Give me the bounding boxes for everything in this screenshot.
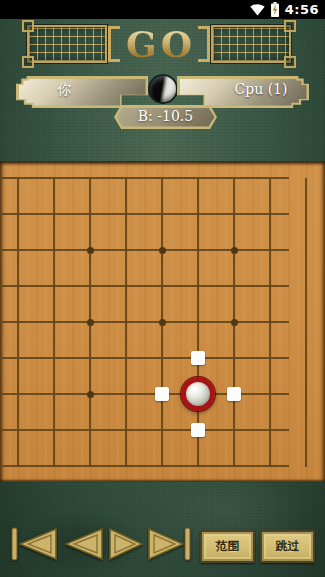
status-bar: 4:56 [0, 0, 325, 19]
grid-line-h [0, 393, 289, 395]
player-you-label: 你 [0, 81, 130, 99]
star-point [231, 319, 238, 326]
star-point [87, 247, 94, 254]
turn-indicator-stone-icon [150, 76, 176, 102]
wifi-icon [250, 3, 265, 16]
turn-indicator-socket [148, 74, 178, 104]
grid-line-h [0, 321, 289, 323]
title-banner: GO [27, 24, 291, 64]
player-panel-you: 你 [16, 76, 148, 108]
bracket-right-icon [198, 26, 210, 62]
grid-line-v [305, 178, 307, 467]
move-adjust-marker[interactable] [191, 423, 205, 437]
pending-white-stone[interactable] [181, 377, 215, 411]
go-board[interactable] [0, 161, 325, 482]
bracket-left-icon [108, 26, 120, 62]
grid-line-h [0, 213, 289, 215]
pass-label: 跳过 [276, 538, 300, 555]
pass-button[interactable]: 跳过 [260, 530, 315, 563]
app-screen: 4:56 GO 你 Cpu (1) B: -10.5 [0, 0, 325, 577]
score-plaque: B: -10.5 [114, 105, 217, 129]
step-back-button[interactable] [62, 527, 104, 561]
grid-line-h [0, 357, 289, 359]
territory-range-label: 范围 [216, 538, 240, 555]
star-point [159, 319, 166, 326]
star-point [87, 391, 94, 398]
grid-line-h [0, 429, 289, 431]
star-point [231, 247, 238, 254]
star-point [87, 319, 94, 326]
app-title: GO [122, 26, 196, 62]
lattice-ornament-left [27, 25, 107, 63]
grid-line-h [0, 465, 289, 467]
skip-to-end-button[interactable] [147, 527, 191, 561]
player-panel-cpu: Cpu (1) [177, 76, 309, 108]
grid-line-h [0, 249, 289, 251]
grid-line-h [0, 285, 289, 287]
move-adjust-marker[interactable] [155, 387, 169, 401]
score-estimate: B: -10.5 [114, 108, 217, 124]
territory-range-button[interactable]: 范围 [200, 530, 255, 563]
clock-time: 4:56 [285, 2, 319, 17]
move-adjust-marker[interactable] [191, 351, 205, 365]
player-cpu-label: Cpu (1) [195, 81, 325, 97]
skip-to-start-button[interactable] [10, 527, 58, 561]
battery-charging-icon [270, 2, 280, 17]
board-grid [0, 161, 325, 482]
grid-line-v [269, 178, 271, 467]
grid-line-h [0, 177, 289, 179]
star-point [159, 247, 166, 254]
step-forward-button[interactable] [108, 527, 144, 561]
move-adjust-marker[interactable] [227, 387, 241, 401]
lattice-ornament-right [211, 25, 291, 63]
